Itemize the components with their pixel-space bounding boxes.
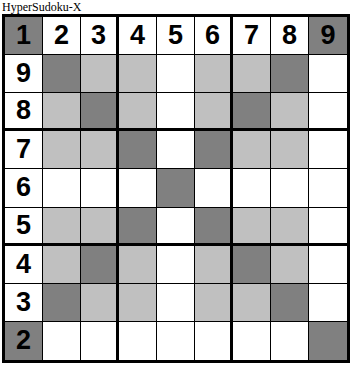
cell-r7c3[interactable] bbox=[81, 246, 119, 284]
cell-r5c7[interactable] bbox=[233, 169, 271, 207]
puzzle-title: HyperSudoku-X bbox=[0, 0, 352, 14]
cell-r8c6[interactable] bbox=[195, 284, 233, 322]
cell-r8c4[interactable] bbox=[119, 284, 157, 322]
cell-r4c7[interactable] bbox=[233, 131, 271, 169]
cell-r9c9[interactable] bbox=[309, 322, 347, 360]
cell-r2c2[interactable] bbox=[43, 55, 81, 93]
cell-r5c3[interactable] bbox=[81, 169, 119, 207]
cell-r6c2[interactable] bbox=[43, 208, 81, 246]
cell-r9c7[interactable] bbox=[233, 322, 271, 360]
cell-r5c9[interactable] bbox=[309, 169, 347, 207]
cell-r5c5[interactable] bbox=[157, 169, 195, 207]
cell-r3c9[interactable] bbox=[309, 93, 347, 131]
cell-r8c5[interactable] bbox=[157, 284, 195, 322]
cell-r5c1[interactable]: 6 bbox=[5, 169, 43, 207]
cell-r3c5[interactable] bbox=[157, 93, 195, 131]
cell-r5c8[interactable] bbox=[271, 169, 309, 207]
cell-r8c8[interactable] bbox=[271, 284, 309, 322]
cell-r4c2[interactable] bbox=[43, 131, 81, 169]
cell-r6c8[interactable] bbox=[271, 208, 309, 246]
cell-r8c2[interactable] bbox=[43, 284, 81, 322]
cell-r7c2[interactable] bbox=[43, 246, 81, 284]
cell-r1c7[interactable]: 7 bbox=[233, 17, 271, 55]
cell-r2c9[interactable] bbox=[309, 55, 347, 93]
cell-r7c6[interactable] bbox=[195, 246, 233, 284]
sudoku-board: 12345678998765432 bbox=[2, 14, 350, 363]
cell-r6c7[interactable] bbox=[233, 208, 271, 246]
cell-r7c9[interactable] bbox=[309, 246, 347, 284]
cell-r6c6[interactable] bbox=[195, 208, 233, 246]
cell-r3c3[interactable] bbox=[81, 93, 119, 131]
cell-r1c6[interactable]: 6 bbox=[195, 17, 233, 55]
cell-r9c3[interactable] bbox=[81, 322, 119, 360]
cell-r8c7[interactable] bbox=[233, 284, 271, 322]
cell-r1c1[interactable]: 1 bbox=[5, 17, 43, 55]
cell-r9c6[interactable] bbox=[195, 322, 233, 360]
cell-r3c2[interactable] bbox=[43, 93, 81, 131]
cell-r3c1[interactable]: 8 bbox=[5, 93, 43, 131]
cell-r6c5[interactable] bbox=[157, 208, 195, 246]
cell-r7c5[interactable] bbox=[157, 246, 195, 284]
cell-r9c5[interactable] bbox=[157, 322, 195, 360]
cell-r4c1[interactable]: 7 bbox=[5, 131, 43, 169]
cell-r2c1[interactable]: 9 bbox=[5, 55, 43, 93]
cell-r1c9[interactable]: 9 bbox=[309, 17, 347, 55]
cell-r9c8[interactable] bbox=[271, 322, 309, 360]
cell-r8c3[interactable] bbox=[81, 284, 119, 322]
cell-r6c9[interactable] bbox=[309, 208, 347, 246]
cell-r7c7[interactable] bbox=[233, 246, 271, 284]
cell-r2c4[interactable] bbox=[119, 55, 157, 93]
cell-r3c4[interactable] bbox=[119, 93, 157, 131]
cell-r2c7[interactable] bbox=[233, 55, 271, 93]
cell-r5c2[interactable] bbox=[43, 169, 81, 207]
cell-r2c3[interactable] bbox=[81, 55, 119, 93]
cell-r8c1[interactable]: 3 bbox=[5, 284, 43, 322]
cell-r7c8[interactable] bbox=[271, 246, 309, 284]
cell-r1c8[interactable]: 8 bbox=[271, 17, 309, 55]
cell-r9c4[interactable] bbox=[119, 322, 157, 360]
cell-r2c6[interactable] bbox=[195, 55, 233, 93]
cell-r4c9[interactable] bbox=[309, 131, 347, 169]
cell-r4c3[interactable] bbox=[81, 131, 119, 169]
cell-r4c4[interactable] bbox=[119, 131, 157, 169]
cell-r9c1[interactable]: 2 bbox=[5, 322, 43, 360]
cell-r5c4[interactable] bbox=[119, 169, 157, 207]
cell-r1c5[interactable]: 5 bbox=[157, 17, 195, 55]
cell-r2c8[interactable] bbox=[271, 55, 309, 93]
cell-r6c3[interactable] bbox=[81, 208, 119, 246]
cell-r5c6[interactable] bbox=[195, 169, 233, 207]
puzzle-page: HyperSudoku-X 12345678998765432 bbox=[0, 0, 352, 365]
cell-r4c8[interactable] bbox=[271, 131, 309, 169]
cell-r4c5[interactable] bbox=[157, 131, 195, 169]
cell-r1c4[interactable]: 4 bbox=[119, 17, 157, 55]
cell-r2c5[interactable] bbox=[157, 55, 195, 93]
cell-r6c4[interactable] bbox=[119, 208, 157, 246]
cell-r1c3[interactable]: 3 bbox=[81, 17, 119, 55]
cell-r4c6[interactable] bbox=[195, 131, 233, 169]
cell-r7c1[interactable]: 4 bbox=[5, 246, 43, 284]
cell-r3c7[interactable] bbox=[233, 93, 271, 131]
cell-r3c8[interactable] bbox=[271, 93, 309, 131]
cell-r1c2[interactable]: 2 bbox=[43, 17, 81, 55]
cell-r6c1[interactable]: 5 bbox=[5, 208, 43, 246]
cell-r8c9[interactable] bbox=[309, 284, 347, 322]
cell-r7c4[interactable] bbox=[119, 246, 157, 284]
cell-r3c6[interactable] bbox=[195, 93, 233, 131]
cell-r9c2[interactable] bbox=[43, 322, 81, 360]
